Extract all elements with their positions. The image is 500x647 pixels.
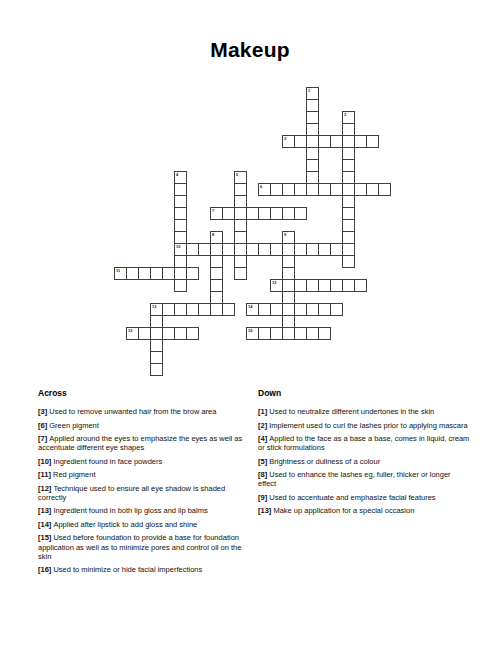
grid-cell[interactable] [342,255,355,268]
cell-number: 13 [152,305,156,309]
clue-item: [13] Ingredient found in both lip gloss … [38,506,250,515]
clue-item: [8] Used to enhance the lashes eg, fulle… [258,470,470,488]
across-header: Across [38,388,250,398]
clue-number: [2] [258,421,269,430]
cell-number: 8 [212,233,214,237]
grid-cell[interactable] [186,267,199,280]
clue-item: [10] Ingredient found in face powders [38,457,250,466]
clue-number: [7] [38,434,49,443]
clue-number: [6] [38,421,49,430]
clue-number: [13] [258,506,273,515]
clue-number: [15] [38,533,53,542]
clue-number: [1] [258,407,269,416]
cell-number: 1 [308,89,310,93]
clue-number: [3] [38,407,49,416]
clue-item: [12] Technique used to ensure all eye sh… [38,484,250,502]
clue-item: [13] Make up application for a special o… [258,506,470,515]
grid-cell[interactable] [330,303,343,316]
clue-item: [14] Applied after lipstick to add gloss… [38,520,250,529]
clue-item: [9] Used to accentuate and emphasize fac… [258,493,470,502]
grid-cell[interactable] [150,363,163,376]
clue-item: [3] Used to remove unwanted hair from th… [38,407,250,416]
grid-cell[interactable] [234,267,247,280]
clue-number: [4] [258,434,269,443]
clue-number: [9] [258,493,269,502]
grid-cell[interactable] [222,303,235,316]
cell-number: 14 [248,305,252,309]
clue-item: [4] Applied to the face as a base a base… [258,434,470,452]
puzzle-title: Makeup [0,38,500,62]
grid-cell[interactable] [354,279,367,292]
clue-number: [5] [258,457,269,466]
grid-cell[interactable] [378,183,391,196]
grid-cell[interactable] [174,279,187,292]
across-clue-column: Across [3] Used to remove unwanted hair … [38,388,250,579]
clue-item: [6] Green pigment [38,421,250,430]
clue-item: [2] Implement used to curl the lashes pr… [258,421,470,430]
cell-number: 16 [248,329,252,333]
clue-number: [14] [38,520,53,529]
clue-item: [5] Brightness or dullness of a colour [258,457,470,466]
cell-number: 6 [260,185,262,189]
clue-item: [7] Applied around the eyes to emphasize… [38,434,250,452]
clue-item: [1] Used to neutralize different underto… [258,407,470,416]
down-clue-column: Down [1] Used to neutralize different un… [258,388,470,520]
clue-number: [13] [38,506,53,515]
across-clue-list: [3] Used to remove unwanted hair from th… [38,407,250,575]
grid-cell[interactable] [294,207,307,220]
cell-number: 12 [272,281,276,285]
cell-number: 5 [236,173,238,177]
clue-number: [11] [38,470,53,479]
clue-number: [10] [38,457,53,466]
clue-number: [16] [38,565,53,574]
grid-cell[interactable] [366,135,379,148]
cell-number: 3 [284,137,286,141]
cell-number: 7 [212,209,214,213]
clue-number: [8] [258,470,269,479]
clue-number: [12] [38,484,53,493]
cell-number: 2 [344,113,346,117]
clue-item: [16] Used to minimize or hide facial imp… [38,565,250,574]
cell-number: 4 [176,173,178,177]
grid-cell[interactable] [318,327,331,340]
down-header: Down [258,388,470,398]
cell-number: 11 [116,269,120,273]
clue-item: [11] Red pigment [38,470,250,479]
down-clue-list: [1] Used to neutralize different underto… [258,407,470,516]
cell-number: 15 [128,329,132,333]
cell-number: 10 [176,245,180,249]
cell-number: 9 [284,233,286,237]
clue-item: [15] Used before foundation to provide a… [38,533,250,561]
grid-cell[interactable] [186,327,199,340]
